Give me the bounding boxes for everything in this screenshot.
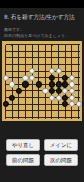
white-stone xyxy=(69,94,75,100)
white-stone xyxy=(49,68,55,74)
grid-line xyxy=(6,117,80,118)
white-stone xyxy=(62,88,68,94)
black-stone xyxy=(2,101,8,107)
white-stone xyxy=(69,88,75,94)
white-stone xyxy=(42,88,48,94)
problem-title: 8. 石を殺す方法/生かす方法 xyxy=(4,13,75,22)
star-point xyxy=(51,44,53,46)
go-board[interactable] xyxy=(2,41,82,121)
black-stone xyxy=(49,81,55,87)
black-stone xyxy=(62,81,68,87)
white-stone xyxy=(75,101,81,107)
black-stone xyxy=(62,75,68,81)
star-point xyxy=(11,44,13,46)
status-bar xyxy=(0,0,84,8)
white-stone xyxy=(29,75,35,81)
white-stone xyxy=(69,101,75,107)
white-stone xyxy=(69,81,75,87)
button-panel: やり直し メインに 前の問題 次の問題 xyxy=(6,139,78,166)
black-stone xyxy=(55,88,61,94)
white-stone xyxy=(22,75,28,81)
white-stone xyxy=(55,94,61,100)
grid-line xyxy=(6,51,80,52)
black-stone xyxy=(49,88,55,94)
black-stone xyxy=(22,81,28,87)
white-stone xyxy=(29,68,35,74)
white-stone xyxy=(9,81,15,87)
black-stone xyxy=(62,101,68,107)
grid-line xyxy=(78,45,79,119)
grid-line xyxy=(5,45,6,119)
grid-line xyxy=(6,71,80,72)
grid-line xyxy=(32,45,33,119)
black-stone xyxy=(49,75,55,81)
prev-problem-button[interactable]: 前の問題 xyxy=(6,154,40,166)
grid-line xyxy=(6,44,80,45)
black-stone xyxy=(55,81,61,87)
grid-line xyxy=(18,45,19,119)
white-stone xyxy=(49,94,55,100)
redo-button[interactable]: やり直し xyxy=(6,139,40,151)
black-stone xyxy=(9,94,15,100)
instruction-line-2: 白石の弱点を見つけてみましょう。 xyxy=(4,33,69,39)
white-stone xyxy=(55,68,61,74)
black-stone xyxy=(62,94,68,100)
instructions: 黒先です。 白石の弱点を見つけてみましょう。 xyxy=(4,27,69,39)
black-stone xyxy=(36,81,42,87)
grid-line xyxy=(6,57,80,58)
white-stone xyxy=(2,75,8,81)
main-menu-button[interactable]: メインに xyxy=(44,139,78,151)
grid-line xyxy=(6,110,80,111)
black-stone xyxy=(16,88,22,94)
grid-line xyxy=(45,45,46,119)
next-problem-button[interactable]: 次の問題 xyxy=(44,154,78,166)
grid-line xyxy=(6,64,80,65)
white-stone xyxy=(69,75,75,81)
